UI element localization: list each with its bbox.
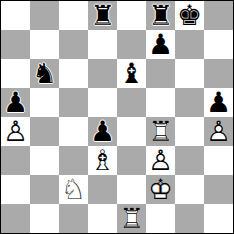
black-rook-icon: ♜ (146, 1, 175, 30)
square-f8[interactable]: ♜ (146, 1, 175, 30)
square-g2[interactable] (175, 175, 204, 204)
square-a1[interactable] (1, 204, 30, 233)
white-pawn-icon: ♙ (204, 117, 233, 146)
square-c6[interactable] (59, 59, 88, 88)
black-pawn-icon: ♟ (88, 117, 117, 146)
square-a6[interactable] (1, 59, 30, 88)
square-h5[interactable]: ♟ (204, 88, 233, 117)
square-a7[interactable] (1, 30, 30, 59)
square-d5[interactable] (88, 88, 117, 117)
square-b6[interactable]: ♞ (30, 59, 59, 88)
square-c7[interactable] (59, 30, 88, 59)
square-d7[interactable] (88, 30, 117, 59)
piece-white-pawn[interactable]: ♟♙ (146, 146, 175, 175)
square-a3[interactable] (1, 146, 30, 175)
square-e1[interactable]: ♜♖ (117, 204, 146, 233)
square-b3[interactable] (30, 146, 59, 175)
black-pawn-icon: ♟ (1, 88, 30, 117)
square-e5[interactable] (117, 88, 146, 117)
piece-white-knight[interactable]: ♞♘ (59, 175, 88, 204)
square-b1[interactable] (30, 204, 59, 233)
piece-black-pawn[interactable]: ♟ (204, 88, 233, 117)
square-c1[interactable] (59, 204, 88, 233)
square-c8[interactable] (59, 1, 88, 30)
square-c5[interactable] (59, 88, 88, 117)
square-e2[interactable] (117, 175, 146, 204)
square-h2[interactable] (204, 175, 233, 204)
white-pawn-icon: ♙ (146, 146, 175, 175)
white-pawn-icon: ♙ (1, 117, 30, 146)
square-h3[interactable] (204, 146, 233, 175)
chess-board: ♜♜♚♟♞♝♟♟♟♙♟♜♖♟♙♝♗♟♙♞♘♚♔♜♖ (0, 0, 234, 234)
black-pawn-icon: ♟ (146, 30, 175, 59)
square-b2[interactable] (30, 175, 59, 204)
piece-white-king[interactable]: ♚♔ (146, 175, 175, 204)
square-g4[interactable] (175, 117, 204, 146)
white-king-icon: ♔ (146, 175, 175, 204)
piece-white-rook[interactable]: ♜♖ (117, 204, 146, 233)
white-rook-icon: ♖ (117, 204, 146, 233)
white-knight-icon: ♘ (59, 175, 88, 204)
square-h6[interactable] (204, 59, 233, 88)
square-h1[interactable] (204, 204, 233, 233)
black-knight-icon: ♞ (30, 59, 59, 88)
square-a8[interactable] (1, 1, 30, 30)
piece-black-rook[interactable]: ♜ (88, 1, 117, 30)
square-d8[interactable]: ♜ (88, 1, 117, 30)
square-f6[interactable] (146, 59, 175, 88)
square-d6[interactable] (88, 59, 117, 88)
square-f7[interactable]: ♟ (146, 30, 175, 59)
square-e8[interactable] (117, 1, 146, 30)
black-bishop-icon: ♝ (117, 59, 146, 88)
piece-white-pawn[interactable]: ♟♙ (204, 117, 233, 146)
piece-white-bishop[interactable]: ♝♗ (88, 146, 117, 175)
square-c3[interactable] (59, 146, 88, 175)
square-a5[interactable]: ♟ (1, 88, 30, 117)
piece-black-bishop[interactable]: ♝ (117, 59, 146, 88)
square-d1[interactable] (88, 204, 117, 233)
square-h4[interactable]: ♟♙ (204, 117, 233, 146)
square-c4[interactable] (59, 117, 88, 146)
square-d2[interactable] (88, 175, 117, 204)
white-bishop-icon: ♗ (88, 146, 117, 175)
black-king-icon: ♚ (175, 1, 204, 30)
square-d4[interactable]: ♟ (88, 117, 117, 146)
square-e4[interactable] (117, 117, 146, 146)
black-rook-icon: ♜ (88, 1, 117, 30)
square-h8[interactable] (204, 1, 233, 30)
square-a4[interactable]: ♟♙ (1, 117, 30, 146)
piece-black-king[interactable]: ♚ (175, 1, 204, 30)
square-g8[interactable]: ♚ (175, 1, 204, 30)
square-g5[interactable] (175, 88, 204, 117)
square-e6[interactable]: ♝ (117, 59, 146, 88)
square-e3[interactable] (117, 146, 146, 175)
piece-white-pawn[interactable]: ♟♙ (1, 117, 30, 146)
piece-black-pawn[interactable]: ♟ (1, 88, 30, 117)
square-g3[interactable] (175, 146, 204, 175)
square-f2[interactable]: ♚♔ (146, 175, 175, 204)
square-e7[interactable] (117, 30, 146, 59)
square-c2[interactable]: ♞♘ (59, 175, 88, 204)
square-b4[interactable] (30, 117, 59, 146)
piece-black-pawn[interactable]: ♟ (146, 30, 175, 59)
square-f3[interactable]: ♟♙ (146, 146, 175, 175)
square-f1[interactable] (146, 204, 175, 233)
square-f4[interactable]: ♜♖ (146, 117, 175, 146)
white-rook-icon: ♖ (146, 117, 175, 146)
square-d3[interactable]: ♝♗ (88, 146, 117, 175)
piece-white-rook[interactable]: ♜♖ (146, 117, 175, 146)
piece-black-rook[interactable]: ♜ (146, 1, 175, 30)
square-g1[interactable] (175, 204, 204, 233)
black-pawn-icon: ♟ (204, 88, 233, 117)
square-g7[interactable] (175, 30, 204, 59)
piece-black-knight[interactable]: ♞ (30, 59, 59, 88)
square-a2[interactable] (1, 175, 30, 204)
piece-black-pawn[interactable]: ♟ (88, 117, 117, 146)
square-b5[interactable] (30, 88, 59, 117)
square-b8[interactable] (30, 1, 59, 30)
square-h7[interactable] (204, 30, 233, 59)
square-g6[interactable] (175, 59, 204, 88)
square-f5[interactable] (146, 88, 175, 117)
square-b7[interactable] (30, 30, 59, 59)
